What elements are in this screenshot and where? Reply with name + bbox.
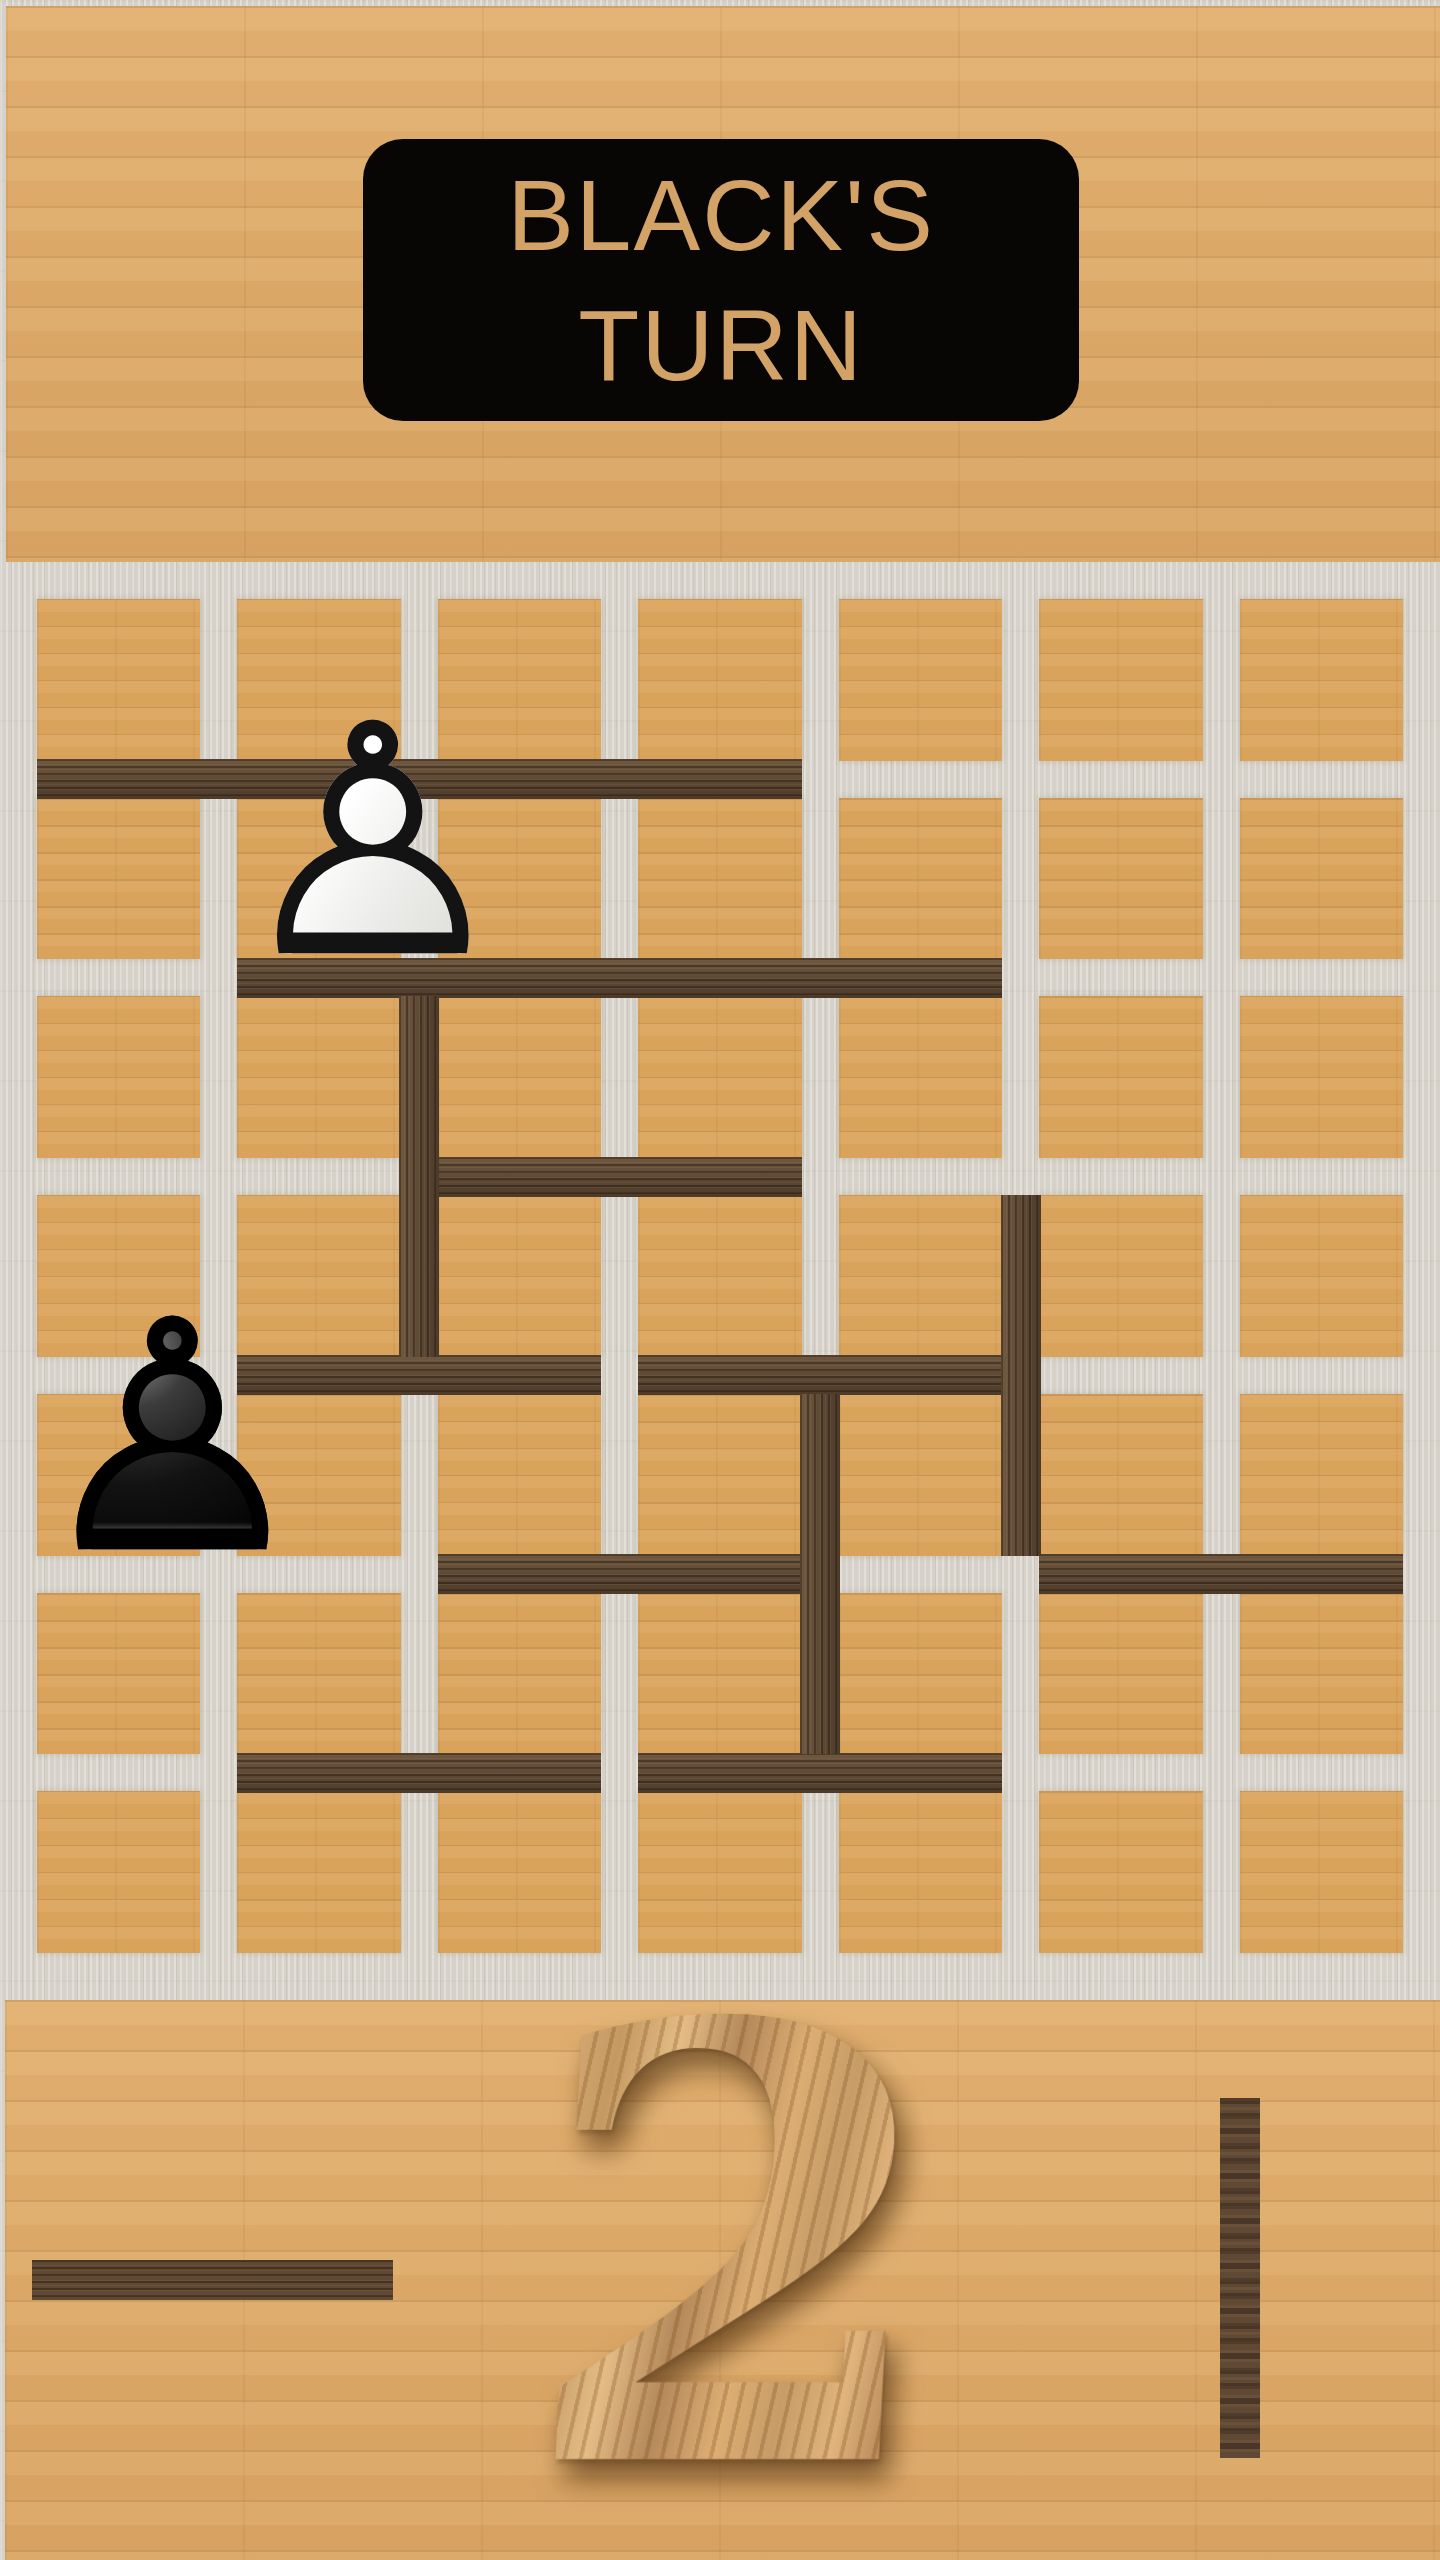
- board-cell-r1c4[interactable]: [638, 599, 801, 761]
- vertical-wall-button[interactable]: [1220, 2098, 1260, 2458]
- vertical-wall: [1001, 1195, 1041, 1555]
- turn-banner-line1: BLACK'S: [507, 150, 935, 280]
- board-cell-r2c4[interactable]: [638, 798, 801, 960]
- board-cell-r3c5[interactable]: [839, 996, 1002, 1158]
- board-cell-r7c2[interactable]: [237, 1791, 400, 1953]
- board-cell-r2c5[interactable]: [839, 798, 1002, 960]
- horizontal-wall: [37, 759, 802, 799]
- board-cell-r1c1[interactable]: [37, 599, 200, 761]
- board-cell-r6c4[interactable]: [638, 1593, 801, 1755]
- horizontal-wall-button[interactable]: [32, 2260, 393, 2300]
- board-cell-r5c4[interactable]: [638, 1394, 801, 1556]
- board-cell-r4c3[interactable]: [438, 1195, 601, 1357]
- vertical-wall: [399, 996, 439, 1356]
- board-cell-r1c6[interactable]: [1039, 599, 1202, 761]
- board-cell-r4c2[interactable]: [237, 1195, 400, 1357]
- board-cell-r1c5[interactable]: [839, 599, 1002, 761]
- game-screen: { "game": "Quoridor-style wall-and-pawn …: [0, 0, 1440, 2560]
- walls-remaining-count: 2: [513, 1988, 958, 2510]
- board-cell-r7c1[interactable]: [37, 1791, 200, 1953]
- board-cell-r1c7[interactable]: [1240, 599, 1403, 761]
- board-cell-r3c4[interactable]: [638, 996, 801, 1158]
- black-pawn[interactable]: ♟♙: [29, 1314, 208, 1564]
- board-cell-r3c1[interactable]: [37, 996, 200, 1158]
- board-cell-r5c6[interactable]: [1039, 1394, 1202, 1556]
- board-cell-r7c7[interactable]: [1240, 1791, 1403, 1953]
- board-cell-r4c4[interactable]: [638, 1195, 801, 1357]
- vertical-wall: [800, 1394, 840, 1754]
- board-cell-r2c7[interactable]: [1240, 798, 1403, 960]
- horizontal-wall: [638, 1753, 1002, 1793]
- board-cell-r7c6[interactable]: [1039, 1791, 1202, 1953]
- horizontal-wall: [1039, 1554, 1403, 1594]
- horizontal-wall: [438, 1554, 802, 1594]
- board-cell-r1c3[interactable]: [438, 599, 601, 761]
- board-cell-r6c2[interactable]: [237, 1593, 400, 1755]
- white-pawn[interactable]: ♟♙: [229, 717, 408, 967]
- board-cell-r5c7[interactable]: [1240, 1394, 1403, 1556]
- horizontal-wall: [638, 1355, 1002, 1395]
- board-cell-r6c1[interactable]: [37, 1593, 200, 1755]
- board-cell-r5c2[interactable]: [237, 1394, 400, 1556]
- board-cell-r2c1[interactable]: [37, 798, 200, 960]
- horizontal-wall: [438, 1157, 802, 1197]
- horizontal-wall: [237, 1753, 601, 1793]
- turn-banner-line2: TURN: [578, 280, 864, 410]
- board-cell-r2c3[interactable]: [438, 798, 601, 960]
- board-cell-r2c6[interactable]: [1039, 798, 1202, 960]
- board-cell-r4c7[interactable]: [1240, 1195, 1403, 1357]
- board-cell-r4c6[interactable]: [1039, 1195, 1202, 1357]
- board-cell-r6c6[interactable]: [1039, 1593, 1202, 1755]
- horizontal-wall: [237, 1355, 601, 1395]
- board-cell-r3c2[interactable]: [237, 996, 400, 1158]
- board-cell-r4c5[interactable]: [839, 1195, 1002, 1357]
- board-cell-r5c5[interactable]: [839, 1394, 1002, 1556]
- board-cell-r3c7[interactable]: [1240, 996, 1403, 1158]
- board-cell-r3c3[interactable]: [438, 996, 601, 1158]
- board-cell-r5c3[interactable]: [438, 1394, 601, 1556]
- game-board: ♟♙♟♙: [0, 562, 1440, 1990]
- board-cell-r6c7[interactable]: [1240, 1593, 1403, 1755]
- turn-banner: BLACK'S TURN: [363, 139, 1079, 421]
- board-cell-r6c3[interactable]: [438, 1593, 601, 1755]
- board-cell-r6c5[interactable]: [839, 1593, 1002, 1755]
- board-cell-r3c6[interactable]: [1039, 996, 1202, 1158]
